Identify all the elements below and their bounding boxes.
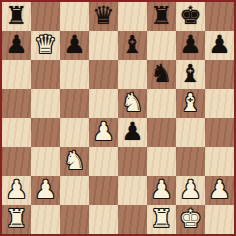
- piece-black-bishop-g6[interactable]: ♝: [179, 61, 201, 86]
- piece-white-queen-b7[interactable]: ♛: [34, 32, 56, 57]
- square-a8[interactable]: ♜: [2, 2, 31, 31]
- square-d2[interactable]: [89, 176, 118, 205]
- square-d1[interactable]: [89, 205, 118, 234]
- square-f4[interactable]: [147, 118, 176, 147]
- square-a2[interactable]: ♟: [2, 176, 31, 205]
- square-h2[interactable]: ♟: [205, 176, 234, 205]
- square-g1[interactable]: ♚: [176, 205, 205, 234]
- square-c2[interactable]: [60, 176, 89, 205]
- square-b6[interactable]: [31, 60, 60, 89]
- piece-white-bishop-g5[interactable]: ♝: [179, 90, 201, 115]
- piece-black-pawn-a7[interactable]: ♟: [5, 32, 27, 57]
- square-e6[interactable]: [118, 60, 147, 89]
- square-g3[interactable]: [176, 147, 205, 176]
- square-e2[interactable]: [118, 176, 147, 205]
- square-g7[interactable]: ♟: [176, 31, 205, 60]
- chess-board: ♜♛♜♚♟♛♟♝♟♟♞♝♞♝♟♟♞♟♟♟♟♟♜♜♚: [2, 2, 234, 234]
- square-d7[interactable]: [89, 31, 118, 60]
- square-b1[interactable]: [31, 205, 60, 234]
- square-e8[interactable]: [118, 2, 147, 31]
- chess-board-frame: ♜♛♜♚♟♛♟♝♟♟♞♝♞♝♟♟♞♟♟♟♟♟♜♜♚: [0, 0, 236, 236]
- square-c6[interactable]: [60, 60, 89, 89]
- piece-black-queen-d8[interactable]: ♛: [92, 3, 114, 28]
- square-f2[interactable]: ♟: [147, 176, 176, 205]
- square-c3[interactable]: ♞: [60, 147, 89, 176]
- piece-white-rook-f1[interactable]: ♜: [150, 206, 172, 231]
- square-h5[interactable]: [205, 89, 234, 118]
- piece-black-bishop-e7[interactable]: ♝: [121, 32, 143, 57]
- square-e4[interactable]: ♟: [118, 118, 147, 147]
- piece-white-pawn-g2[interactable]: ♟: [179, 177, 201, 202]
- square-c4[interactable]: [60, 118, 89, 147]
- square-a1[interactable]: ♜: [2, 205, 31, 234]
- square-h1[interactable]: [205, 205, 234, 234]
- square-e7[interactable]: ♝: [118, 31, 147, 60]
- square-f6[interactable]: ♞: [147, 60, 176, 89]
- piece-black-knight-f6[interactable]: ♞: [150, 61, 172, 86]
- piece-white-knight-e5[interactable]: ♞: [121, 90, 143, 115]
- piece-black-rook-f8[interactable]: ♜: [150, 3, 172, 28]
- square-c1[interactable]: [60, 205, 89, 234]
- square-a3[interactable]: [2, 147, 31, 176]
- square-c7[interactable]: ♟: [60, 31, 89, 60]
- square-g2[interactable]: ♟: [176, 176, 205, 205]
- square-b8[interactable]: [31, 2, 60, 31]
- piece-white-knight-c3[interactable]: ♞: [63, 148, 85, 173]
- piece-white-pawn-a2[interactable]: ♟: [5, 177, 27, 202]
- square-f7[interactable]: [147, 31, 176, 60]
- square-g8[interactable]: ♚: [176, 2, 205, 31]
- square-h8[interactable]: [205, 2, 234, 31]
- square-a5[interactable]: [2, 89, 31, 118]
- piece-white-pawn-d4[interactable]: ♟: [92, 119, 114, 144]
- square-f5[interactable]: [147, 89, 176, 118]
- piece-black-pawn-h7[interactable]: ♟: [208, 32, 230, 57]
- square-c8[interactable]: [60, 2, 89, 31]
- piece-black-king-g8[interactable]: ♚: [179, 3, 201, 28]
- square-h6[interactable]: [205, 60, 234, 89]
- square-b3[interactable]: [31, 147, 60, 176]
- square-b5[interactable]: [31, 89, 60, 118]
- square-f3[interactable]: [147, 147, 176, 176]
- square-c5[interactable]: [60, 89, 89, 118]
- square-g5[interactable]: ♝: [176, 89, 205, 118]
- square-b7[interactable]: ♛: [31, 31, 60, 60]
- square-g6[interactable]: ♝: [176, 60, 205, 89]
- square-f1[interactable]: ♜: [147, 205, 176, 234]
- square-a6[interactable]: [2, 60, 31, 89]
- square-d4[interactable]: ♟: [89, 118, 118, 147]
- square-e1[interactable]: [118, 205, 147, 234]
- square-d8[interactable]: ♛: [89, 2, 118, 31]
- piece-white-rook-a1[interactable]: ♜: [5, 206, 27, 231]
- piece-black-pawn-c7[interactable]: ♟: [63, 32, 85, 57]
- square-h7[interactable]: ♟: [205, 31, 234, 60]
- piece-black-pawn-e4[interactable]: ♟: [121, 119, 143, 144]
- piece-black-pawn-g7[interactable]: ♟: [179, 32, 201, 57]
- square-d3[interactable]: [89, 147, 118, 176]
- square-b4[interactable]: [31, 118, 60, 147]
- piece-black-rook-a8[interactable]: ♜: [5, 3, 27, 28]
- square-d6[interactable]: [89, 60, 118, 89]
- piece-white-pawn-b2[interactable]: ♟: [34, 177, 56, 202]
- square-f8[interactable]: ♜: [147, 2, 176, 31]
- square-b2[interactable]: ♟: [31, 176, 60, 205]
- piece-white-pawn-h2[interactable]: ♟: [208, 177, 230, 202]
- square-e5[interactable]: ♞: [118, 89, 147, 118]
- square-e3[interactable]: [118, 147, 147, 176]
- piece-white-pawn-f2[interactable]: ♟: [150, 177, 172, 202]
- square-a7[interactable]: ♟: [2, 31, 31, 60]
- square-d5[interactable]: [89, 89, 118, 118]
- square-h3[interactable]: [205, 147, 234, 176]
- piece-white-king-g1[interactable]: ♚: [179, 206, 201, 231]
- square-g4[interactable]: [176, 118, 205, 147]
- square-h4[interactable]: [205, 118, 234, 147]
- square-a4[interactable]: [2, 118, 31, 147]
